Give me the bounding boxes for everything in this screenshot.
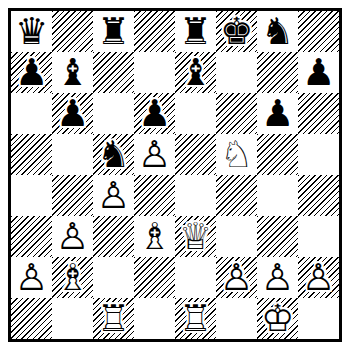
chess-board: ♛♜♜♚♞♟♝♝♟♟♟♟♞♟♙♞♘♟♙♟♙♝♗♛♕♟♙♝♗♟♙♟♙♟♙♜♖♜♖♚…: [11, 11, 339, 339]
square-e8[interactable]: ♜: [175, 11, 216, 52]
black-rook[interactable]: ♜: [93, 11, 134, 52]
piece-glyph-outline: ♙: [11, 257, 52, 298]
piece-glyph-fill: ♟: [11, 52, 52, 93]
square-c7[interactable]: [93, 52, 134, 93]
square-a5[interactable]: [11, 134, 52, 175]
square-b8[interactable]: [52, 11, 93, 52]
square-h2[interactable]: ♟♙: [298, 257, 339, 298]
piece-glyph-fill: ♜: [175, 11, 216, 52]
black-bishop[interactable]: ♝: [175, 52, 216, 93]
piece-glyph-outline: ♙: [134, 134, 175, 175]
square-d3[interactable]: ♝♗: [134, 216, 175, 257]
square-g3[interactable]: [257, 216, 298, 257]
white-pawn[interactable]: ♟♙: [216, 257, 257, 298]
square-b4[interactable]: [52, 175, 93, 216]
square-a6[interactable]: [11, 93, 52, 134]
square-g7[interactable]: [257, 52, 298, 93]
square-g8[interactable]: ♞: [257, 11, 298, 52]
square-f5[interactable]: ♞♘: [216, 134, 257, 175]
white-rook[interactable]: ♜♖: [93, 298, 134, 339]
piece-glyph-fill: ♚: [216, 11, 257, 52]
chess-diagram: ♛♜♜♚♞♟♝♝♟♟♟♟♞♟♙♞♘♟♙♟♙♝♗♛♕♟♙♝♗♟♙♟♙♟♙♜♖♜♖♚…: [0, 0, 350, 350]
black-pawn[interactable]: ♟: [134, 93, 175, 134]
square-c8[interactable]: ♜: [93, 11, 134, 52]
piece-glyph-outline: ♗: [134, 216, 175, 257]
square-f3[interactable]: [216, 216, 257, 257]
black-knight[interactable]: ♞: [93, 134, 134, 175]
piece-glyph-fill: ♟: [134, 93, 175, 134]
piece-glyph-fill: ♟: [298, 52, 339, 93]
square-f1[interactable]: [216, 298, 257, 339]
square-a2[interactable]: ♟♙: [11, 257, 52, 298]
square-e3[interactable]: ♛♕: [175, 216, 216, 257]
square-d5[interactable]: ♟♙: [134, 134, 175, 175]
square-h3[interactable]: [298, 216, 339, 257]
piece-glyph-outline: ♔: [257, 298, 298, 339]
square-h7[interactable]: ♟: [298, 52, 339, 93]
piece-glyph-outline: ♙: [257, 257, 298, 298]
square-d1[interactable]: [134, 298, 175, 339]
square-c4[interactable]: ♟♙: [93, 175, 134, 216]
square-g2[interactable]: ♟♙: [257, 257, 298, 298]
square-d8[interactable]: [134, 11, 175, 52]
square-h1[interactable]: [298, 298, 339, 339]
white-rook[interactable]: ♜♖: [175, 298, 216, 339]
black-bishop[interactable]: ♝: [52, 52, 93, 93]
piece-glyph-fill: ♛: [11, 11, 52, 52]
board-frame: ♛♜♜♚♞♟♝♝♟♟♟♟♞♟♙♞♘♟♙♟♙♝♗♛♕♟♙♝♗♟♙♟♙♟♙♜♖♜♖♚…: [8, 8, 342, 342]
square-f8[interactable]: ♚: [216, 11, 257, 52]
square-f2[interactable]: ♟♙: [216, 257, 257, 298]
square-b1[interactable]: [52, 298, 93, 339]
white-pawn[interactable]: ♟♙: [11, 257, 52, 298]
square-e1[interactable]: ♜♖: [175, 298, 216, 339]
white-pawn[interactable]: ♟♙: [93, 175, 134, 216]
piece-glyph-fill: ♞: [93, 134, 134, 175]
black-pawn[interactable]: ♟: [298, 52, 339, 93]
white-pawn[interactable]: ♟♙: [134, 134, 175, 175]
black-knight[interactable]: ♞: [257, 11, 298, 52]
square-b3[interactable]: ♟♙: [52, 216, 93, 257]
square-f4[interactable]: [216, 175, 257, 216]
white-bishop[interactable]: ♝♗: [52, 257, 93, 298]
white-king[interactable]: ♚♔: [257, 298, 298, 339]
square-e7[interactable]: ♝: [175, 52, 216, 93]
piece-glyph-fill: ♟: [52, 93, 93, 134]
square-d4[interactable]: [134, 175, 175, 216]
square-a3[interactable]: [11, 216, 52, 257]
square-f7[interactable]: [216, 52, 257, 93]
square-g4[interactable]: [257, 175, 298, 216]
white-queen[interactable]: ♛♕: [175, 216, 216, 257]
piece-glyph-outline: ♗: [52, 257, 93, 298]
square-e4[interactable]: [175, 175, 216, 216]
piece-glyph-outline: ♙: [93, 175, 134, 216]
black-pawn[interactable]: ♟: [11, 52, 52, 93]
black-queen[interactable]: ♛: [11, 11, 52, 52]
white-pawn[interactable]: ♟♙: [298, 257, 339, 298]
square-a1[interactable]: [11, 298, 52, 339]
square-d2[interactable]: [134, 257, 175, 298]
black-king[interactable]: ♚: [216, 11, 257, 52]
black-pawn[interactable]: ♟: [257, 93, 298, 134]
square-d6[interactable]: ♟: [134, 93, 175, 134]
piece-glyph-outline: ♘: [216, 134, 257, 175]
piece-glyph-outline: ♙: [216, 257, 257, 298]
square-b6[interactable]: ♟: [52, 93, 93, 134]
piece-glyph-fill: ♞: [257, 11, 298, 52]
piece-glyph-outline: ♖: [93, 298, 134, 339]
white-pawn[interactable]: ♟♙: [52, 216, 93, 257]
square-c1[interactable]: ♜♖: [93, 298, 134, 339]
piece-glyph-fill: ♟: [257, 93, 298, 134]
square-h5[interactable]: [298, 134, 339, 175]
square-b5[interactable]: [52, 134, 93, 175]
piece-glyph-fill: ♝: [175, 52, 216, 93]
square-c2[interactable]: [93, 257, 134, 298]
square-b2[interactable]: ♝♗: [52, 257, 93, 298]
black-pawn[interactable]: ♟: [52, 93, 93, 134]
piece-glyph-fill: ♝: [52, 52, 93, 93]
square-g5[interactable]: [257, 134, 298, 175]
square-f6[interactable]: [216, 93, 257, 134]
piece-glyph-outline: ♙: [298, 257, 339, 298]
square-c6[interactable]: [93, 93, 134, 134]
square-g6[interactable]: ♟: [257, 93, 298, 134]
square-a4[interactable]: [11, 175, 52, 216]
white-pawn[interactable]: ♟♙: [257, 257, 298, 298]
square-e5[interactable]: [175, 134, 216, 175]
square-c3[interactable]: [93, 216, 134, 257]
square-b7[interactable]: ♝: [52, 52, 93, 93]
square-h4[interactable]: [298, 175, 339, 216]
square-e2[interactable]: [175, 257, 216, 298]
square-c5[interactable]: ♞: [93, 134, 134, 175]
piece-glyph-outline: ♕: [175, 216, 216, 257]
square-h8[interactable]: [298, 11, 339, 52]
black-rook[interactable]: ♜: [175, 11, 216, 52]
square-a7[interactable]: ♟: [11, 52, 52, 93]
square-d7[interactable]: [134, 52, 175, 93]
square-g1[interactable]: ♚♔: [257, 298, 298, 339]
square-e6[interactable]: [175, 93, 216, 134]
piece-glyph-outline: ♖: [175, 298, 216, 339]
piece-glyph-outline: ♙: [52, 216, 93, 257]
white-knight[interactable]: ♞♘: [216, 134, 257, 175]
white-bishop[interactable]: ♝♗: [134, 216, 175, 257]
piece-glyph-fill: ♜: [93, 11, 134, 52]
square-h6[interactable]: [298, 93, 339, 134]
square-a8[interactable]: ♛: [11, 11, 52, 52]
